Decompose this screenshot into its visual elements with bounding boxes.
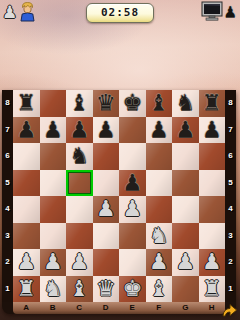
white-pawn[interactable]: ♟ [40,249,67,275]
square-e8[interactable]: ♚ [119,90,146,117]
redo-arrow-icon[interactable] [221,302,238,318]
square-d6[interactable] [93,143,120,170]
black-pawn[interactable]: ♟ [199,117,226,143]
square-e4[interactable]: ♟ [119,196,146,223]
human-player-icon [17,1,38,22]
rank-label-2: 2 [2,249,13,276]
file-label-c: C [66,302,93,314]
rank-labels-left: 87654321 [2,90,13,302]
top-bar: ♟ 02:58 ♟ [0,0,240,26]
rank-label-4: 4 [225,196,236,223]
black-rook[interactable]: ♜ [199,90,226,116]
file-label-a: A [13,302,40,314]
white-pawn[interactable]: ♟ [66,249,93,275]
rank-label-6: 6 [225,143,236,170]
square-c7[interactable]: ♟ [66,117,93,144]
square-d4[interactable]: ♟ [93,196,120,223]
square-b7[interactable]: ♟ [40,117,67,144]
square-g5[interactable] [172,170,199,197]
square-d1[interactable]: ♛ [93,276,120,303]
computer-icon [201,1,224,22]
square-e1[interactable]: ♚ [119,276,146,303]
square-c6[interactable]: ♞ [66,143,93,170]
white-rook[interactable]: ♜ [199,276,226,302]
white-pawn[interactable]: ♟ [146,249,173,275]
square-b3[interactable] [40,223,67,250]
black-pawn[interactable]: ♟ [66,117,93,143]
black-player-indicator: ♟ [201,1,237,22]
square-g6[interactable] [172,143,199,170]
rank-label-3: 3 [2,223,13,250]
board-squares: ♜♝♛♚♝♞♜♟♟♟♟♟♟♟♞♟♟♟♞♟♟♟♟♟♟♜♞♝♛♚♝♜ [13,90,225,302]
white-queen[interactable]: ♛ [93,276,120,302]
white-bishop[interactable]: ♝ [146,276,173,302]
square-c8[interactable]: ♝ [66,90,93,117]
square-a8[interactable]: ♜ [13,90,40,117]
white-knight[interactable]: ♞ [146,223,173,249]
square-h1[interactable]: ♜ [199,276,226,303]
square-g7[interactable]: ♟ [172,117,199,144]
white-pawn[interactable]: ♟ [13,249,40,275]
black-pawn[interactable]: ♟ [119,170,146,196]
square-e3[interactable] [119,223,146,250]
rank-label-7: 7 [225,117,236,144]
square-g8[interactable]: ♞ [172,90,199,117]
black-knight[interactable]: ♞ [66,143,93,169]
square-h8[interactable]: ♜ [199,90,226,117]
white-pawn[interactable]: ♟ [93,196,120,222]
square-a2[interactable]: ♟ [13,249,40,276]
square-d3[interactable] [93,223,120,250]
square-f8[interactable]: ♝ [146,90,173,117]
file-label-g: G [172,302,199,314]
square-b5[interactable] [40,170,67,197]
file-labels: ABCDEFGH [13,302,225,314]
square-c3[interactable] [66,223,93,250]
white-rook[interactable]: ♜ [13,276,40,302]
rank-label-1: 1 [2,276,13,303]
square-b4[interactable] [40,196,67,223]
square-a5[interactable] [13,170,40,197]
black-bishop[interactable]: ♝ [66,90,93,116]
square-c1[interactable]: ♝ [66,276,93,303]
square-g4[interactable] [172,196,199,223]
rank-label-4: 4 [2,196,13,223]
file-label-f: F [146,302,173,314]
file-label-e: E [119,302,146,314]
square-g2[interactable]: ♟ [172,249,199,276]
square-f5[interactable] [146,170,173,197]
rank-label-7: 7 [2,117,13,144]
rank-label-8: 8 [2,90,13,117]
square-c5[interactable] [66,170,93,197]
square-a4[interactable] [13,196,40,223]
square-h2[interactable]: ♟ [199,249,226,276]
black-king[interactable]: ♚ [119,90,146,116]
white-knight[interactable]: ♞ [40,276,67,302]
square-g1[interactable] [172,276,199,303]
square-h6[interactable] [199,143,226,170]
white-bishop[interactable]: ♝ [66,276,93,302]
square-d7[interactable]: ♟ [93,117,120,144]
white-pawn-icon: ♟ [2,2,17,22]
square-b2[interactable]: ♟ [40,249,67,276]
white-player-indicator: ♟ [2,1,38,22]
chess-app-screen: ♟ 02:58 ♟ 87654321 ♜♝♛♚♝♞♜♟♟♟♟♟♟♟♞♟♟♟♞♟♟… [0,0,240,320]
square-h7[interactable]: ♟ [199,117,226,144]
square-f6[interactable] [146,143,173,170]
file-label-d: D [93,302,120,314]
black-bishop[interactable]: ♝ [146,90,173,116]
square-a7[interactable]: ♟ [13,117,40,144]
square-e7[interactable] [119,117,146,144]
square-g3[interactable] [172,223,199,250]
rank-label-8: 8 [225,90,236,117]
square-a6[interactable] [13,143,40,170]
black-pawn-icon: ♟ [224,3,237,22]
square-h3[interactable] [199,223,226,250]
square-e5[interactable]: ♟ [119,170,146,197]
game-clock: 02:58 [86,3,154,23]
rank-label-1: 1 [225,276,236,303]
white-pawn[interactable]: ♟ [119,196,146,222]
black-knight[interactable]: ♞ [172,90,199,116]
square-b6[interactable] [40,143,67,170]
square-b1[interactable]: ♞ [40,276,67,303]
chess-board: 87654321 ♜♝♛♚♝♞♜♟♟♟♟♟♟♟♞♟♟♟♞♟♟♟♟♟♟♜♞♝♛♚♝… [2,90,236,314]
black-queen[interactable]: ♛ [93,90,120,116]
rank-label-2: 2 [225,249,236,276]
square-h5[interactable] [199,170,226,197]
square-f7[interactable]: ♟ [146,117,173,144]
rank-labels-right: 87654321 [225,90,236,302]
rank-label-5: 5 [2,170,13,197]
square-f2[interactable]: ♟ [146,249,173,276]
square-f3[interactable]: ♞ [146,223,173,250]
square-d5[interactable] [93,170,120,197]
square-h4[interactable] [199,196,226,223]
square-f4[interactable] [146,196,173,223]
square-a1[interactable]: ♜ [13,276,40,303]
black-rook[interactable]: ♜ [13,90,40,116]
square-c4[interactable] [66,196,93,223]
file-label-b: B [40,302,67,314]
rank-label-6: 6 [2,143,13,170]
rank-label-5: 5 [225,170,236,197]
black-pawn[interactable]: ♟ [93,117,120,143]
square-f1[interactable]: ♝ [146,276,173,303]
black-pawn[interactable]: ♟ [172,117,199,143]
white-pawn[interactable]: ♟ [199,249,226,275]
square-b8[interactable] [40,90,67,117]
black-pawn[interactable]: ♟ [40,117,67,143]
rank-label-3: 3 [225,223,236,250]
white-pawn[interactable]: ♟ [172,249,199,275]
square-e6[interactable] [119,143,146,170]
square-d2[interactable] [93,249,120,276]
square-d8[interactable]: ♛ [93,90,120,117]
black-pawn[interactable]: ♟ [13,117,40,143]
black-pawn[interactable]: ♟ [146,117,173,143]
square-a3[interactable] [13,223,40,250]
white-king[interactable]: ♚ [119,276,146,302]
square-c2[interactable]: ♟ [66,249,93,276]
square-e2[interactable] [119,249,146,276]
